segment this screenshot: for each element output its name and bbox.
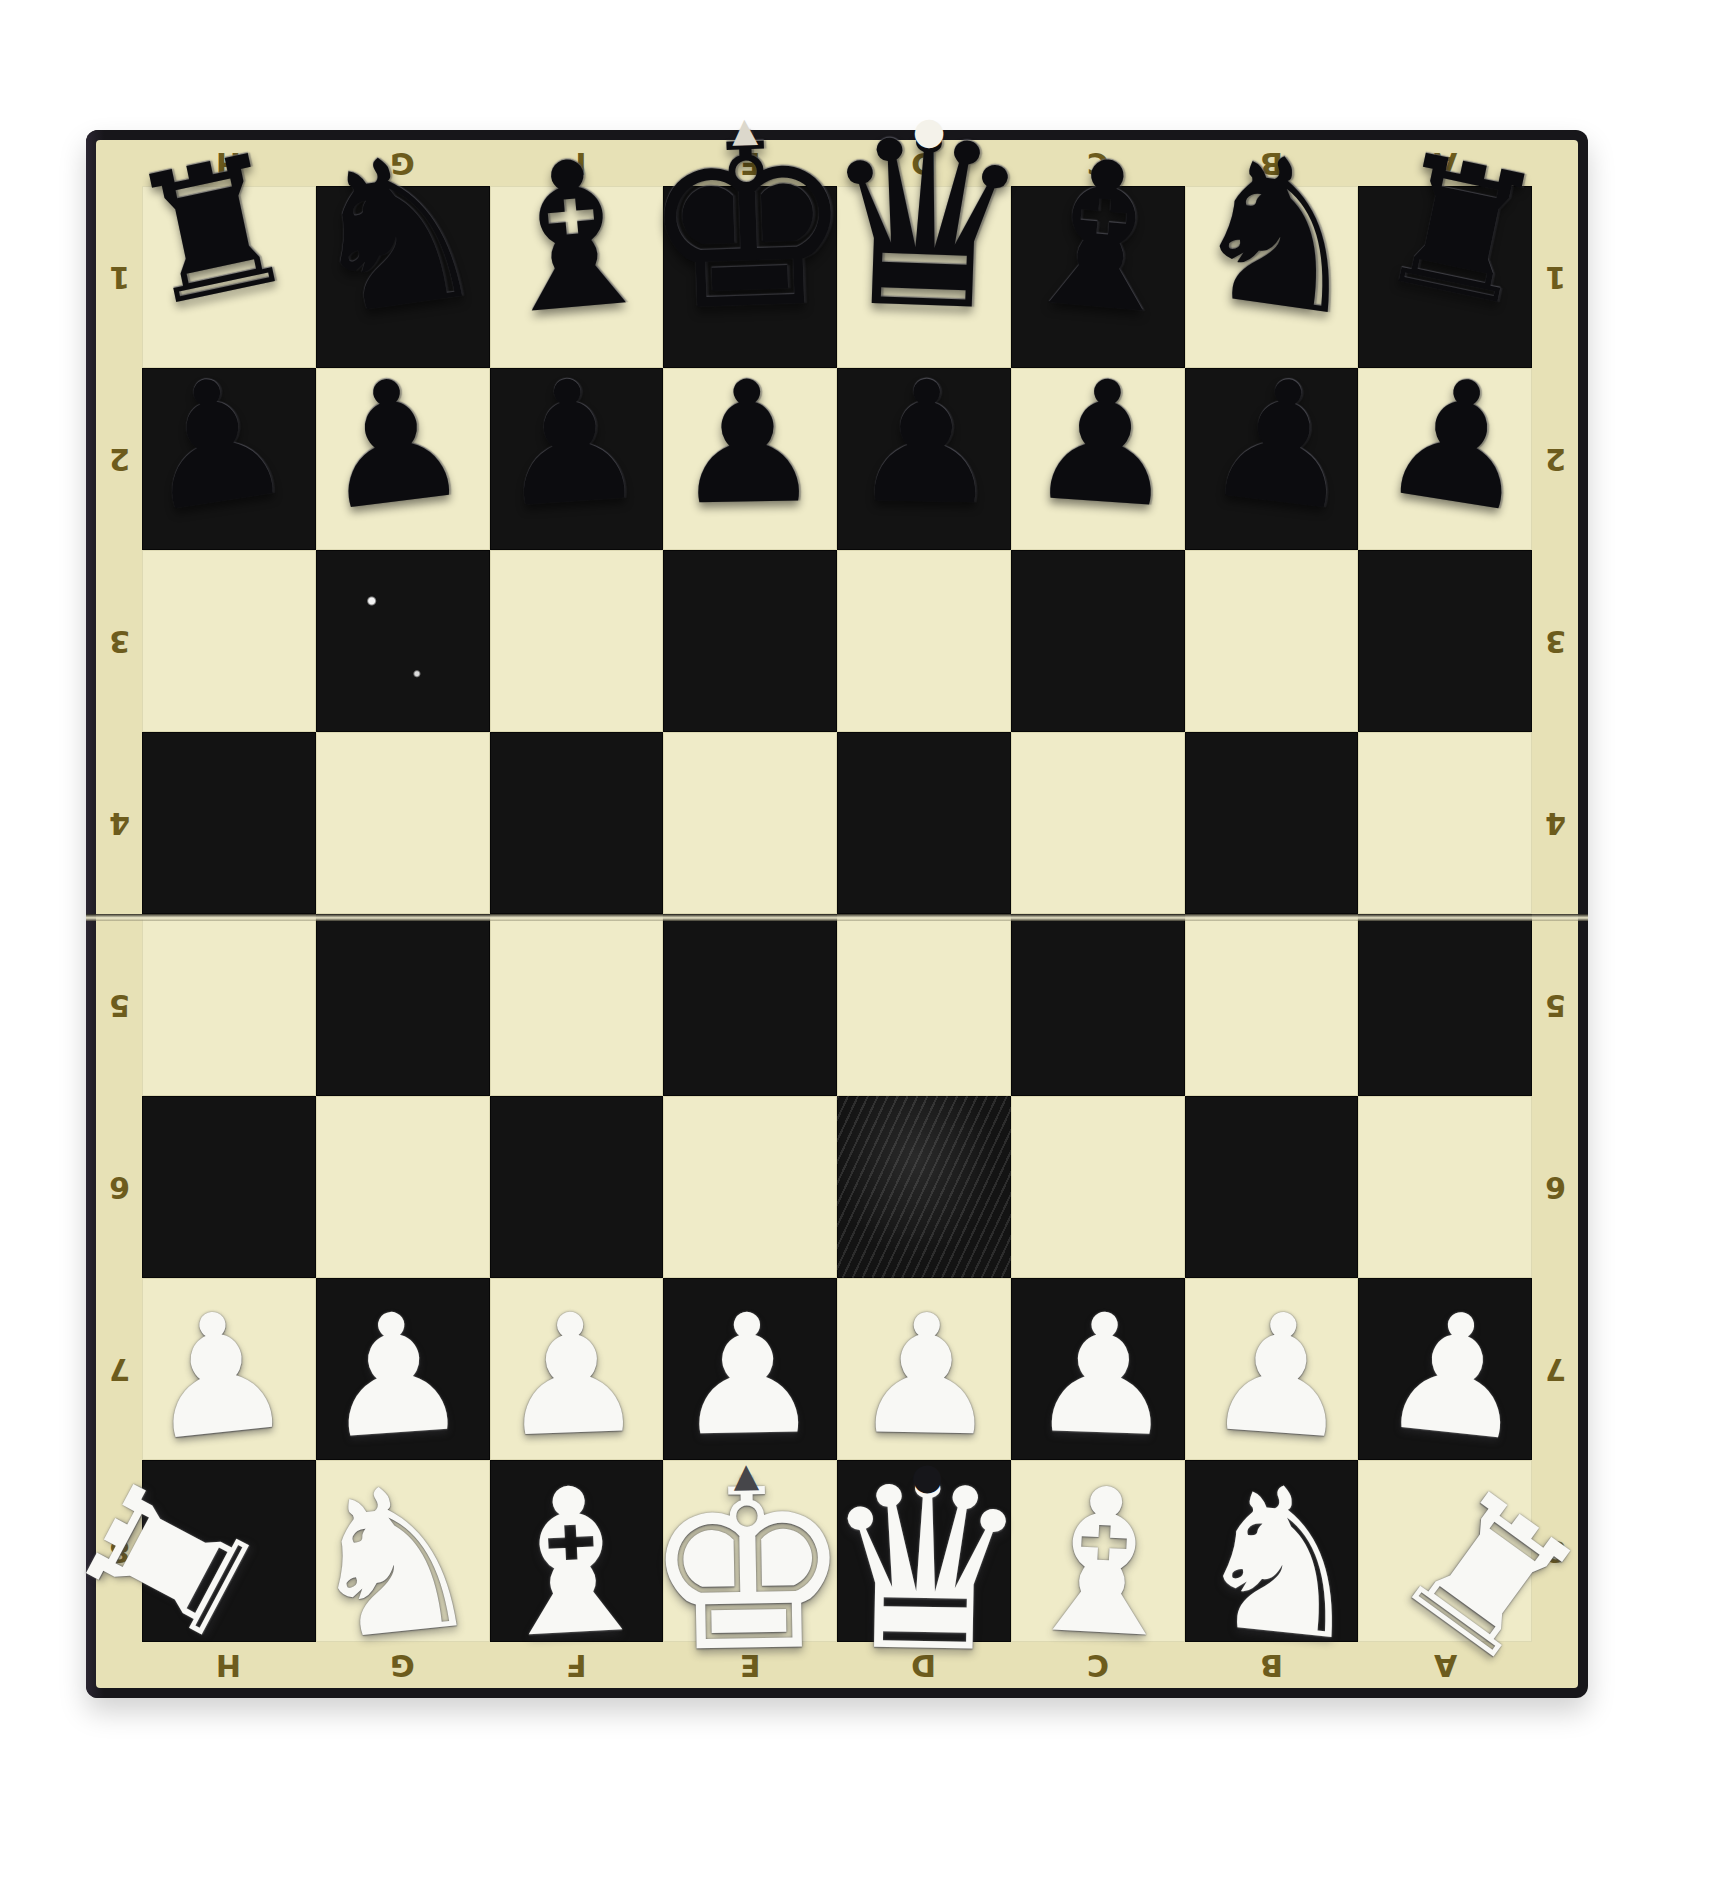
- bishop-glyph: ♝: [477, 1458, 667, 1667]
- black-pawn-a2[interactable]: ♟: [1358, 368, 1532, 550]
- rank-label-left-5: 5: [109, 990, 130, 1020]
- rank-label-right-6: 6: [1545, 1172, 1566, 1202]
- white-pawn-c7[interactable]: ♟: [1011, 1278, 1185, 1460]
- white-pawn-g7[interactable]: ♟: [316, 1278, 490, 1460]
- pawn-glyph: ♟: [1374, 1285, 1538, 1465]
- rank-label-right-3: 3: [1545, 626, 1566, 656]
- white-pawn-a7[interactable]: ♟: [1358, 1278, 1532, 1460]
- chess-board: HGFEDCBA HGFEDCBA 12345678 12345678 ♜♞♝♚…: [86, 130, 1588, 1698]
- pawn-glyph: ♟: [1200, 1288, 1359, 1463]
- pawn-glyph: ♟: [127, 348, 302, 537]
- knight-glyph: ♞: [1175, 122, 1383, 348]
- pieces-layer: ♜♞♝♚▲♛●♝♞♜♟♟♟♟♟♟♟♟♟♟♟♟♟♟♟♟♜♞♝♚▲♛●♝♞♜: [142, 186, 1532, 1642]
- black-pawn-e2[interactable]: ♟: [663, 368, 837, 550]
- black-pawn-d2[interactable]: ♟: [837, 368, 1011, 550]
- white-bishop-f8[interactable]: ♝: [490, 1460, 664, 1642]
- white-king-e8[interactable]: ♚▲: [663, 1460, 837, 1642]
- white-pawn-b7[interactable]: ♟: [1185, 1278, 1359, 1460]
- pawn-glyph: ♟: [1023, 354, 1185, 532]
- black-pawn-c2[interactable]: ♟: [1011, 368, 1185, 550]
- pawn-glyph: ♟: [849, 358, 1003, 529]
- rank-label-right-5: 5: [1545, 990, 1566, 1020]
- pawn-glyph: ♟: [136, 1285, 300, 1465]
- photo-background: HGFEDCBA HGFEDCBA 12345678 12345678 ♜♞♝♚…: [0, 0, 1732, 1900]
- board-face: HGFEDCBA HGFEDCBA 12345678 12345678 ♜♞♝♚…: [96, 140, 1578, 1688]
- rank-label-left-4: 4: [109, 808, 130, 838]
- pawn-glyph: ♟: [308, 350, 478, 535]
- rank-label-left-3: 3: [109, 626, 130, 656]
- white-knight-g8[interactable]: ♞: [316, 1460, 490, 1642]
- rank-label-right-4: 4: [1545, 808, 1566, 838]
- black-pawn-b2[interactable]: ♟: [1185, 368, 1359, 550]
- pawn-glyph: ♟: [315, 1288, 474, 1463]
- knight-glyph: ♞: [1182, 1454, 1381, 1671]
- pawn-glyph: ♟: [1372, 348, 1547, 537]
- white-knight-b8[interactable]: ♞: [1185, 1460, 1359, 1642]
- pawn-glyph: ♟: [1196, 350, 1366, 535]
- white-queen-d8[interactable]: ♛●: [837, 1460, 1011, 1642]
- bishop-glyph: ♝: [1008, 1458, 1198, 1667]
- pawn-glyph: ♟: [495, 1290, 649, 1460]
- white-bishop-c8[interactable]: ♝: [1011, 1460, 1185, 1642]
- black-pawn-f2[interactable]: ♟: [490, 368, 664, 550]
- rook-glyph: ♜: [1364, 127, 1558, 336]
- pawn-glyph: ♟: [489, 354, 651, 532]
- pawn-glyph: ♟: [671, 358, 825, 529]
- black-pawn-g2[interactable]: ♟: [316, 368, 490, 550]
- knight-glyph: ♞: [293, 1454, 492, 1671]
- white-rook-a8[interactable]: ♜: [1358, 1460, 1532, 1642]
- white-pawn-f7[interactable]: ♟: [490, 1278, 664, 1460]
- rank-label-left-6: 6: [109, 1172, 130, 1202]
- pawn-glyph: ♟: [1026, 1290, 1180, 1460]
- white-pawn-h7[interactable]: ♟: [142, 1278, 316, 1460]
